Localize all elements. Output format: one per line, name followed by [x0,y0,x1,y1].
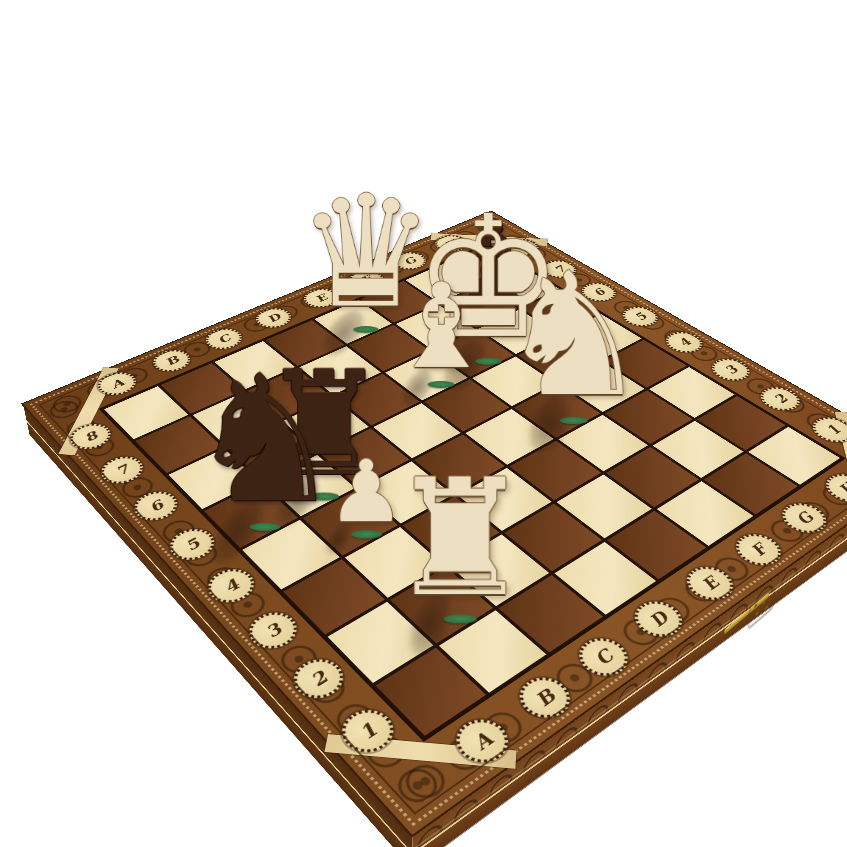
rank-label-4: 4 [200,563,263,610]
photo-viewport: 11AA22BB33CC44DD55EE66FF77GG88HH♞♜♝♛♚♝♞♟… [0,0,847,847]
rank-label-6: 6 [127,486,185,526]
white-bishop-on-e6[interactable]: ♝ [389,268,494,385]
rank-label-7: 7 [94,451,150,489]
rank-label-2: 2 [284,652,353,707]
chess-board: 11AA22BB33CC44DD55EE66FF77GG88HH♞♜♝♛♚♝♞♟… [23,211,847,834]
file-label-c: C [569,631,638,684]
scene: 11AA22BB33CC44DD55EE66FF77GG88HH♞♜♝♛♚♝♞♟… [0,0,847,847]
rank-label-8: 8 [63,419,117,454]
white-rook-on-b2[interactable]: ♜ [388,459,532,620]
file-label-f: F [727,528,790,572]
rank-label-3: 3 [240,606,306,656]
file-label-g: G [773,498,835,539]
file-label-b: B [510,670,581,726]
rank-label-1: 1 [332,702,404,761]
file-label-a: A [446,711,519,771]
file-label-d: D [625,595,692,644]
file-label-e: E [678,560,743,606]
file-label-h: H [817,469,847,508]
white-knight-on-f4[interactable]: ♞ [498,251,651,421]
black-knight-on-a5[interactable]: ♞ [187,352,344,528]
